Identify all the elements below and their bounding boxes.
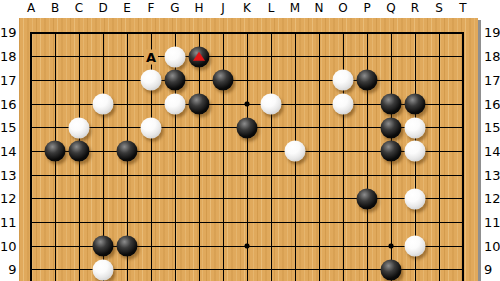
point-K18[interactable] — [235, 45, 259, 69]
black-stone-R16 — [405, 94, 426, 115]
point-G11[interactable] — [163, 211, 187, 235]
point-D10[interactable] — [91, 234, 115, 258]
point-E19[interactable] — [115, 21, 139, 45]
point-C17[interactable] — [67, 69, 91, 93]
point-H10[interactable] — [187, 234, 211, 258]
row-label-right-19: 19 — [483, 21, 500, 45]
point-R18[interactable] — [403, 45, 427, 69]
point-Q19[interactable] — [379, 21, 403, 45]
point-B16[interactable] — [43, 92, 67, 116]
point-T10[interactable] — [451, 234, 475, 258]
row-label-left-13: 13 — [0, 163, 18, 187]
point-K10[interactable] — [235, 234, 259, 258]
white-stone-D9 — [93, 259, 114, 280]
column-label-L: L — [259, 0, 283, 18]
triangle-marker-icon-H18 — [193, 51, 205, 60]
point-T17[interactable] — [451, 69, 475, 93]
point-N15[interactable] — [307, 116, 331, 140]
point-P14[interactable] — [355, 140, 379, 164]
point-E14[interactable] — [115, 140, 139, 164]
point-B9[interactable] — [43, 258, 67, 281]
point-T9[interactable] — [451, 258, 475, 281]
point-R14[interactable] — [403, 140, 427, 164]
column-label-O: O — [331, 0, 355, 18]
point-J14[interactable] — [211, 140, 235, 164]
point-H15[interactable] — [187, 116, 211, 140]
point-E15[interactable] — [115, 116, 139, 140]
point-P18[interactable] — [355, 45, 379, 69]
point-S9[interactable] — [427, 258, 451, 281]
row-label-right-9: 9 — [483, 258, 500, 281]
point-M13[interactable] — [283, 163, 307, 187]
point-P10[interactable] — [355, 234, 379, 258]
point-L9[interactable] — [259, 258, 283, 281]
point-L15[interactable] — [259, 116, 283, 140]
board-edge-shadow — [478, 20, 481, 281]
point-P16[interactable] — [355, 92, 379, 116]
point-A18[interactable] — [19, 45, 43, 69]
point-B14[interactable] — [43, 140, 67, 164]
point-N12[interactable] — [307, 187, 331, 211]
point-G19[interactable] — [163, 21, 187, 45]
row-label-left-14: 14 — [0, 140, 18, 164]
point-R13[interactable] — [403, 163, 427, 187]
point-J9[interactable] — [211, 258, 235, 281]
row-label-right-10: 10 — [483, 234, 500, 258]
point-J17[interactable] — [211, 69, 235, 93]
star-point-K16 — [245, 102, 250, 107]
star-point-Q10 — [389, 244, 394, 249]
point-E12[interactable] — [115, 187, 139, 211]
point-C18[interactable] — [67, 45, 91, 69]
point-H16[interactable] — [187, 92, 211, 116]
black-stone-D10 — [93, 236, 114, 257]
point-N13[interactable] — [307, 163, 331, 187]
point-D14[interactable] — [91, 140, 115, 164]
point-D17[interactable] — [91, 69, 115, 93]
point-T12[interactable] — [451, 187, 475, 211]
point-G15[interactable] — [163, 116, 187, 140]
point-L14[interactable] — [259, 140, 283, 164]
point-A15[interactable] — [19, 116, 43, 140]
point-Q9[interactable] — [379, 258, 403, 281]
point-F11[interactable] — [139, 211, 163, 235]
point-F13[interactable] — [139, 163, 163, 187]
column-label-E: E — [115, 0, 139, 18]
point-R10[interactable] — [403, 234, 427, 258]
row-labels-left: 191817161514131211109 — [0, 21, 17, 281]
point-M19[interactable] — [283, 21, 307, 45]
point-H9[interactable] — [187, 258, 211, 281]
column-label-K: K — [235, 0, 259, 18]
white-stone-M14 — [285, 141, 306, 162]
point-C15[interactable] — [67, 116, 91, 140]
row-label-left-18: 18 — [0, 45, 18, 69]
column-label-M: M — [283, 0, 307, 18]
point-Q10[interactable] — [379, 234, 403, 258]
star-point-K10 — [245, 244, 250, 249]
row-label-right-11: 11 — [483, 211, 500, 235]
point-C19[interactable] — [67, 21, 91, 45]
row-label-left-12: 12 — [0, 187, 18, 211]
column-label-B: B — [43, 0, 67, 18]
point-F12[interactable] — [139, 187, 163, 211]
white-stone-O16 — [333, 94, 354, 115]
point-J12[interactable] — [211, 187, 235, 211]
column-label-J: J — [211, 0, 235, 18]
point-H18[interactable] — [187, 45, 211, 69]
point-P12[interactable] — [355, 187, 379, 211]
point-O18[interactable] — [331, 45, 355, 69]
point-K12[interactable] — [235, 187, 259, 211]
point-E16[interactable] — [115, 92, 139, 116]
column-label-D: D — [91, 0, 115, 18]
point-T13[interactable] — [451, 163, 475, 187]
point-F14[interactable] — [139, 140, 163, 164]
point-B19[interactable] — [43, 21, 67, 45]
point-T11[interactable] — [451, 211, 475, 235]
black-stone-P12 — [357, 188, 378, 209]
point-T14[interactable] — [451, 140, 475, 164]
point-P19[interactable] — [355, 21, 379, 45]
point-K13[interactable] — [235, 163, 259, 187]
white-stone-R15 — [405, 117, 426, 138]
point-K11[interactable] — [235, 211, 259, 235]
row-label-right-15: 15 — [483, 116, 500, 140]
point-N11[interactable] — [307, 211, 331, 235]
point-Q12[interactable] — [379, 187, 403, 211]
white-stone-D16 — [93, 94, 114, 115]
point-J18[interactable] — [211, 45, 235, 69]
point-S17[interactable] — [427, 69, 451, 93]
point-A14[interactable] — [19, 140, 43, 164]
point-A12[interactable] — [19, 187, 43, 211]
column-labels: ABCDEFGHJKLMNOPQRST — [19, 0, 475, 18]
point-D11[interactable] — [91, 211, 115, 235]
point-R17[interactable] — [403, 69, 427, 93]
row-label-left-19: 19 — [0, 21, 18, 45]
point-Q17[interactable] — [379, 69, 403, 93]
point-O16[interactable] — [331, 92, 355, 116]
point-K16[interactable] — [235, 92, 259, 116]
point-N16[interactable] — [307, 92, 331, 116]
point-M18[interactable] — [283, 45, 307, 69]
black-stone-E10 — [117, 236, 138, 257]
point-N10[interactable] — [307, 234, 331, 258]
point-G16[interactable] — [163, 92, 187, 116]
point-M10[interactable] — [283, 234, 307, 258]
point-R16[interactable] — [403, 92, 427, 116]
black-stone-Q9 — [381, 259, 402, 280]
row-labels-right: 191817161514131211109 — [483, 21, 500, 281]
point-A11[interactable] — [19, 211, 43, 235]
point-G9[interactable] — [163, 258, 187, 281]
point-label-A-F18: A — [144, 49, 158, 64]
point-C9[interactable] — [67, 258, 91, 281]
row-label-left-9: 9 — [0, 258, 18, 281]
point-F18[interactable]: A — [139, 45, 163, 69]
point-K14[interactable] — [235, 140, 259, 164]
point-R9[interactable] — [403, 258, 427, 281]
point-G14[interactable] — [163, 140, 187, 164]
point-S12[interactable] — [427, 187, 451, 211]
black-stone-Q16 — [381, 94, 402, 115]
point-B12[interactable] — [43, 187, 67, 211]
point-C10[interactable] — [67, 234, 91, 258]
white-stone-R14 — [405, 141, 426, 162]
point-Q13[interactable] — [379, 163, 403, 187]
point-J10[interactable] — [211, 234, 235, 258]
board-grid: A — [19, 21, 475, 281]
point-B15[interactable] — [43, 116, 67, 140]
point-L10[interactable] — [259, 234, 283, 258]
point-Q15[interactable] — [379, 116, 403, 140]
point-B11[interactable] — [43, 211, 67, 235]
point-T15[interactable] — [451, 116, 475, 140]
point-K19[interactable] — [235, 21, 259, 45]
point-S11[interactable] — [427, 211, 451, 235]
point-J16[interactable] — [211, 92, 235, 116]
point-L19[interactable] — [259, 21, 283, 45]
point-R11[interactable] — [403, 211, 427, 235]
point-B13[interactable] — [43, 163, 67, 187]
point-G13[interactable] — [163, 163, 187, 187]
point-E9[interactable] — [115, 258, 139, 281]
point-H11[interactable] — [187, 211, 211, 235]
point-A19[interactable] — [19, 21, 43, 45]
point-O15[interactable] — [331, 116, 355, 140]
point-M16[interactable] — [283, 92, 307, 116]
black-stone-K15 — [237, 117, 258, 138]
point-S13[interactable] — [427, 163, 451, 187]
point-Q14[interactable] — [379, 140, 403, 164]
point-B10[interactable] — [43, 234, 67, 258]
point-S16[interactable] — [427, 92, 451, 116]
black-stone-B14 — [45, 141, 66, 162]
point-N18[interactable] — [307, 45, 331, 69]
point-M12[interactable] — [283, 187, 307, 211]
row-label-left-17: 17 — [0, 69, 18, 93]
point-J19[interactable] — [211, 21, 235, 45]
point-L12[interactable] — [259, 187, 283, 211]
point-B18[interactable] — [43, 45, 67, 69]
white-stone-L16 — [261, 94, 282, 115]
row-label-left-15: 15 — [0, 116, 18, 140]
point-O11[interactable] — [331, 211, 355, 235]
point-T16[interactable] — [451, 92, 475, 116]
point-C16[interactable] — [67, 92, 91, 116]
point-O14[interactable] — [331, 140, 355, 164]
point-C12[interactable] — [67, 187, 91, 211]
point-M14[interactable] — [283, 140, 307, 164]
point-M9[interactable] — [283, 258, 307, 281]
row-label-right-18: 18 — [483, 45, 500, 69]
point-P17[interactable] — [355, 69, 379, 93]
point-H13[interactable] — [187, 163, 211, 187]
point-S10[interactable] — [427, 234, 451, 258]
point-N14[interactable] — [307, 140, 331, 164]
point-T18[interactable] — [451, 45, 475, 69]
white-stone-F15 — [141, 117, 162, 138]
point-F17[interactable] — [139, 69, 163, 93]
point-Q18[interactable] — [379, 45, 403, 69]
column-label-T: T — [451, 0, 475, 18]
point-F16[interactable] — [139, 92, 163, 116]
point-O10[interactable] — [331, 234, 355, 258]
point-H19[interactable] — [187, 21, 211, 45]
white-stone-C15 — [69, 117, 90, 138]
point-D16[interactable] — [91, 92, 115, 116]
point-T19[interactable] — [451, 21, 475, 45]
point-Q16[interactable] — [379, 92, 403, 116]
point-H12[interactable] — [187, 187, 211, 211]
black-stone-H16 — [189, 94, 210, 115]
point-N17[interactable] — [307, 69, 331, 93]
point-K9[interactable] — [235, 258, 259, 281]
point-A10[interactable] — [19, 234, 43, 258]
point-F15[interactable] — [139, 116, 163, 140]
point-B17[interactable] — [43, 69, 67, 93]
black-stone-E14 — [117, 141, 138, 162]
point-O9[interactable] — [331, 258, 355, 281]
point-G17[interactable] — [163, 69, 187, 93]
point-D12[interactable] — [91, 187, 115, 211]
black-stone-Q14 — [381, 141, 402, 162]
row-label-right-17: 17 — [483, 69, 500, 93]
column-label-P: P — [355, 0, 379, 18]
point-A9[interactable] — [19, 258, 43, 281]
point-C13[interactable] — [67, 163, 91, 187]
point-O19[interactable] — [331, 21, 355, 45]
point-E17[interactable] — [115, 69, 139, 93]
point-F9[interactable] — [139, 258, 163, 281]
point-A16[interactable] — [19, 92, 43, 116]
point-A17[interactable] — [19, 69, 43, 93]
white-stone-O17 — [333, 70, 354, 91]
point-C14[interactable] — [67, 140, 91, 164]
point-P9[interactable] — [355, 258, 379, 281]
point-E13[interactable] — [115, 163, 139, 187]
point-G12[interactable] — [163, 187, 187, 211]
white-stone-G18 — [165, 46, 186, 67]
point-E10[interactable] — [115, 234, 139, 258]
point-M11[interactable] — [283, 211, 307, 235]
point-N19[interactable] — [307, 21, 331, 45]
point-J13[interactable] — [211, 163, 235, 187]
column-label-N: N — [307, 0, 331, 18]
point-C11[interactable] — [67, 211, 91, 235]
column-label-A: A — [19, 0, 43, 18]
point-M15[interactable] — [283, 116, 307, 140]
point-R15[interactable] — [403, 116, 427, 140]
column-label-F: F — [139, 0, 163, 18]
point-D15[interactable] — [91, 116, 115, 140]
black-stone-Q15 — [381, 117, 402, 138]
black-stone-C14 — [69, 141, 90, 162]
point-J11[interactable] — [211, 211, 235, 235]
point-P13[interactable] — [355, 163, 379, 187]
column-label-Q: Q — [379, 0, 403, 18]
point-F10[interactable] — [139, 234, 163, 258]
black-stone-P17 — [357, 70, 378, 91]
point-D19[interactable] — [91, 21, 115, 45]
point-S19[interactable] — [427, 21, 451, 45]
go-board-diagram: ABCDEFGHJKLMNOPQRST 19181716151413121110… — [0, 0, 500, 281]
point-R19[interactable] — [403, 21, 427, 45]
point-J15[interactable] — [211, 116, 235, 140]
row-label-right-13: 13 — [483, 163, 500, 187]
row-label-right-12: 12 — [483, 187, 500, 211]
column-label-G: G — [163, 0, 187, 18]
white-stone-R10 — [405, 236, 426, 257]
white-stone-G16 — [165, 94, 186, 115]
point-L13[interactable] — [259, 163, 283, 187]
column-label-H: H — [187, 0, 211, 18]
point-Q11[interactable] — [379, 211, 403, 235]
point-O12[interactable] — [331, 187, 355, 211]
point-L16[interactable] — [259, 92, 283, 116]
point-S18[interactable] — [427, 45, 451, 69]
point-O17[interactable] — [331, 69, 355, 93]
black-stone-G17 — [165, 70, 186, 91]
point-G18[interactable] — [163, 45, 187, 69]
point-N9[interactable] — [307, 258, 331, 281]
white-stone-F17 — [141, 70, 162, 91]
point-E11[interactable] — [115, 211, 139, 235]
point-D13[interactable] — [91, 163, 115, 187]
point-R12[interactable] — [403, 187, 427, 211]
black-stone-J17 — [213, 70, 234, 91]
point-D18[interactable] — [91, 45, 115, 69]
point-L18[interactable] — [259, 45, 283, 69]
point-S14[interactable] — [427, 140, 451, 164]
point-A13[interactable] — [19, 163, 43, 187]
white-stone-R12 — [405, 188, 426, 209]
point-P15[interactable] — [355, 116, 379, 140]
point-M17[interactable] — [283, 69, 307, 93]
point-E18[interactable] — [115, 45, 139, 69]
point-H14[interactable] — [187, 140, 211, 164]
point-L17[interactable] — [259, 69, 283, 93]
point-G10[interactable] — [163, 234, 187, 258]
point-S15[interactable] — [427, 116, 451, 140]
point-P11[interactable] — [355, 211, 379, 235]
row-label-right-16: 16 — [483, 92, 500, 116]
row-label-right-14: 14 — [483, 140, 500, 164]
row-label-left-10: 10 — [0, 234, 18, 258]
point-K17[interactable] — [235, 69, 259, 93]
column-label-S: S — [427, 0, 451, 18]
point-F19[interactable] — [139, 21, 163, 45]
point-K15[interactable] — [235, 116, 259, 140]
point-L11[interactable] — [259, 211, 283, 235]
point-O13[interactable] — [331, 163, 355, 187]
row-label-left-16: 16 — [0, 92, 18, 116]
row-label-left-11: 11 — [0, 211, 18, 235]
point-D9[interactable] — [91, 258, 115, 281]
column-label-R: R — [403, 0, 427, 18]
column-label-C: C — [67, 0, 91, 18]
point-H17[interactable] — [187, 69, 211, 93]
